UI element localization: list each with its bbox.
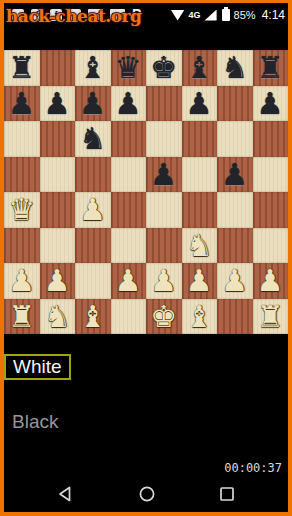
square-b8[interactable] — [40, 50, 76, 86]
square-f2[interactable]: ♟ — [182, 263, 218, 299]
square-g7[interactable] — [217, 86, 253, 122]
square-a3[interactable] — [4, 228, 40, 264]
square-h2[interactable]: ♟ — [253, 263, 289, 299]
piece-black-pawn[interactable]: ♟ — [111, 86, 147, 122]
piece-black-bishop[interactable]: ♝ — [182, 50, 218, 86]
chess-board: ♜♝♛♚♝♞♜♟♟♟♟♟♟♞♟♟♛♟♞♟♟♟♟♟♟♟♜♞♝♚♝♜ — [4, 50, 288, 334]
square-c8[interactable]: ♝ — [75, 50, 111, 86]
square-h4[interactable] — [253, 192, 289, 228]
square-d5[interactable] — [111, 157, 147, 193]
square-b6[interactable] — [40, 121, 76, 157]
wifi-icon — [171, 10, 185, 21]
piece-white-pawn[interactable]: ♟ — [40, 263, 76, 299]
square-b2[interactable]: ♟ — [40, 263, 76, 299]
square-e3[interactable] — [146, 228, 182, 264]
piece-black-king[interactable]: ♚ — [146, 50, 182, 86]
square-c7[interactable]: ♟ — [75, 86, 111, 122]
square-b1[interactable]: ♞ — [40, 299, 76, 335]
square-c6[interactable]: ♞ — [75, 121, 111, 157]
piece-white-rook[interactable]: ♜ — [253, 299, 289, 335]
square-g1[interactable] — [217, 299, 253, 335]
piece-black-pawn[interactable]: ♟ — [253, 86, 289, 122]
piece-white-pawn[interactable]: ♟ — [182, 263, 218, 299]
piece-white-knight[interactable]: ♞ — [40, 299, 76, 335]
square-h3[interactable] — [253, 228, 289, 264]
piece-white-knight[interactable]: ♞ — [182, 228, 218, 264]
square-c4[interactable]: ♟ — [75, 192, 111, 228]
square-h6[interactable] — [253, 121, 289, 157]
player-white-label[interactable]: White — [4, 354, 71, 380]
square-h8[interactable]: ♜ — [253, 50, 289, 86]
piece-white-pawn[interactable]: ♟ — [4, 263, 40, 299]
piece-white-pawn[interactable]: ♟ — [217, 263, 253, 299]
square-b7[interactable]: ♟ — [40, 86, 76, 122]
square-e7[interactable] — [146, 86, 182, 122]
square-d2[interactable]: ♟ — [111, 263, 147, 299]
square-c2[interactable] — [75, 263, 111, 299]
square-d1[interactable] — [111, 299, 147, 335]
square-a4[interactable]: ♛ — [4, 192, 40, 228]
square-a8[interactable]: ♜ — [4, 50, 40, 86]
back-icon[interactable] — [57, 485, 75, 503]
square-e6[interactable] — [146, 121, 182, 157]
square-b4[interactable] — [40, 192, 76, 228]
piece-black-pawn[interactable]: ♟ — [40, 86, 76, 122]
square-g5[interactable]: ♟ — [217, 157, 253, 193]
square-c3[interactable] — [75, 228, 111, 264]
square-e4[interactable] — [146, 192, 182, 228]
phone-screen: f f P 4G 85% 4:14 hack-cheat.org ♜♝♛♚♝♞♜… — [0, 0, 292, 516]
square-f6[interactable] — [182, 121, 218, 157]
square-d4[interactable] — [111, 192, 147, 228]
piece-black-knight[interactable]: ♞ — [217, 50, 253, 86]
square-f4[interactable] — [182, 192, 218, 228]
square-c1[interactable]: ♝ — [75, 299, 111, 335]
piece-black-pawn[interactable]: ♟ — [4, 86, 40, 122]
square-g8[interactable]: ♞ — [217, 50, 253, 86]
player-black-label[interactable]: Black — [12, 411, 58, 433]
system-status-icons: 4G 85% 4:14 — [171, 8, 285, 22]
battery-percent: 85% — [234, 9, 256, 21]
piece-black-pawn[interactable]: ♟ — [75, 86, 111, 122]
piece-black-queen[interactable]: ♛ — [111, 50, 147, 86]
square-g6[interactable] — [217, 121, 253, 157]
piece-black-knight[interactable]: ♞ — [75, 121, 111, 157]
watermark-text: hack-cheat.org — [6, 6, 141, 26]
square-e8[interactable]: ♚ — [146, 50, 182, 86]
square-g2[interactable]: ♟ — [217, 263, 253, 299]
status-time: 4:14 — [262, 8, 285, 22]
square-e2[interactable]: ♟ — [146, 263, 182, 299]
square-f3[interactable]: ♞ — [182, 228, 218, 264]
square-b3[interactable] — [40, 228, 76, 264]
square-d8[interactable]: ♛ — [111, 50, 147, 86]
network-type-label: 4G — [189, 10, 201, 20]
square-a5[interactable] — [4, 157, 40, 193]
square-a1[interactable]: ♜ — [4, 299, 40, 335]
piece-black-pawn[interactable]: ♟ — [182, 86, 218, 122]
square-h1[interactable]: ♜ — [253, 299, 289, 335]
square-h7[interactable]: ♟ — [253, 86, 289, 122]
square-d7[interactable]: ♟ — [111, 86, 147, 122]
piece-white-pawn[interactable]: ♟ — [111, 263, 147, 299]
square-a6[interactable] — [4, 121, 40, 157]
battery-icon — [222, 9, 230, 21]
piece-white-bishop[interactable]: ♝ — [75, 299, 111, 335]
game-clock: 00:00:37 — [224, 461, 282, 475]
square-f8[interactable]: ♝ — [182, 50, 218, 86]
square-d6[interactable] — [111, 121, 147, 157]
recents-icon[interactable] — [218, 485, 236, 503]
square-g4[interactable] — [217, 192, 253, 228]
piece-white-bishop[interactable]: ♝ — [182, 299, 218, 335]
square-f5[interactable] — [182, 157, 218, 193]
piece-white-rook[interactable]: ♜ — [4, 299, 40, 335]
piece-white-pawn[interactable]: ♟ — [75, 192, 111, 228]
square-f1[interactable]: ♝ — [182, 299, 218, 335]
square-e1[interactable]: ♚ — [146, 299, 182, 335]
home-icon[interactable] — [138, 485, 156, 503]
piece-black-bishop[interactable]: ♝ — [75, 50, 111, 86]
square-c5[interactable] — [75, 157, 111, 193]
piece-black-pawn[interactable]: ♟ — [146, 157, 182, 193]
piece-black-rook[interactable]: ♜ — [253, 50, 289, 86]
piece-white-pawn[interactable]: ♟ — [146, 263, 182, 299]
square-h5[interactable] — [253, 157, 289, 193]
piece-white-queen[interactable]: ♛ — [4, 192, 40, 228]
square-f7[interactable]: ♟ — [182, 86, 218, 122]
piece-black-rook[interactable]: ♜ — [4, 50, 40, 86]
square-e5[interactable]: ♟ — [146, 157, 182, 193]
piece-white-king[interactable]: ♚ — [146, 299, 182, 335]
square-b5[interactable] — [40, 157, 76, 193]
square-a2[interactable]: ♟ — [4, 263, 40, 299]
square-g3[interactable] — [217, 228, 253, 264]
signal-icon — [205, 10, 217, 21]
square-d3[interactable] — [111, 228, 147, 264]
android-nav-bar — [4, 477, 288, 512]
piece-white-pawn[interactable]: ♟ — [253, 263, 289, 299]
square-a7[interactable]: ♟ — [4, 86, 40, 122]
piece-black-pawn[interactable]: ♟ — [217, 157, 253, 193]
